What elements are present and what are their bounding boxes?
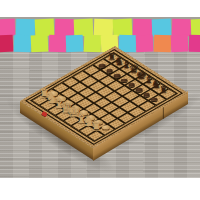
sticky-note <box>132 19 152 37</box>
sticky-notes-row-2 <box>0 35 200 52</box>
fold-seam <box>163 106 164 120</box>
sticky-note <box>31 35 49 53</box>
sticky-note <box>66 35 84 53</box>
piece-white-rook: ♜ <box>90 121 102 134</box>
sticky-note <box>0 35 13 53</box>
piece-black-pawn <box>151 98 158 102</box>
sticky-note <box>171 35 189 53</box>
sticky-note <box>152 19 172 37</box>
sticky-note <box>54 19 74 37</box>
sticky-note <box>15 19 35 37</box>
sticky-note <box>83 35 101 53</box>
sticky-notes-row-1 <box>0 19 200 36</box>
piece-black-pawn <box>128 83 135 87</box>
piece-black-pawn <box>143 93 150 97</box>
piece-black-pawn <box>114 74 121 78</box>
sticky-note <box>13 35 31 53</box>
sticky-note <box>136 35 154 53</box>
sticky-note <box>0 19 15 37</box>
sticky-note <box>171 19 191 37</box>
photo-of-chess-set: ♜♞♝♛♚♝♞♜♜♞♝♛♚♝♞♜ <box>0 0 200 200</box>
letterbox-top <box>0 0 200 17</box>
piece-white-pawn <box>102 125 110 130</box>
piece-black-pawn <box>106 69 113 73</box>
sticky-note <box>191 19 200 37</box>
piece-black-pawn <box>121 78 128 82</box>
piece-black-pawn <box>136 88 143 92</box>
letterbox-bottom <box>0 178 200 200</box>
piece-black-rook: ♜ <box>159 85 168 95</box>
piece-black-pawn <box>99 64 106 68</box>
sticky-note <box>48 35 66 53</box>
sticky-note <box>93 19 113 37</box>
sticky-note <box>188 35 200 53</box>
sticky-note <box>153 35 171 53</box>
